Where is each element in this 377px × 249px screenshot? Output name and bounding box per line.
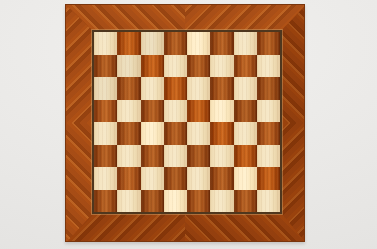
- square-c1[interactable]: [141, 190, 164, 213]
- square-h6[interactable]: [257, 77, 280, 100]
- square-f4[interactable]: [210, 122, 233, 145]
- square-g4[interactable]: [234, 122, 257, 145]
- square-g7[interactable]: [234, 55, 257, 78]
- square-b7[interactable]: [117, 55, 140, 78]
- square-d3[interactable]: [164, 145, 187, 168]
- square-c5[interactable]: [141, 100, 164, 123]
- square-a4[interactable]: [94, 122, 117, 145]
- square-b8[interactable]: [117, 32, 140, 55]
- square-f8[interactable]: [210, 32, 233, 55]
- square-f3[interactable]: [210, 145, 233, 168]
- square-c4[interactable]: [141, 122, 164, 145]
- square-d6[interactable]: [164, 77, 187, 100]
- square-a6[interactable]: [94, 77, 117, 100]
- square-h3[interactable]: [257, 145, 280, 168]
- square-e4[interactable]: [187, 122, 210, 145]
- square-c8[interactable]: [141, 32, 164, 55]
- square-b6[interactable]: [117, 77, 140, 100]
- board-playfield: [92, 30, 282, 214]
- square-h1[interactable]: [257, 190, 280, 213]
- square-h4[interactable]: [257, 122, 280, 145]
- square-g8[interactable]: [234, 32, 257, 55]
- square-b2[interactable]: [117, 167, 140, 190]
- photo-background: [0, 0, 377, 249]
- square-e2[interactable]: [187, 167, 210, 190]
- square-d5[interactable]: [164, 100, 187, 123]
- square-g1[interactable]: [234, 190, 257, 213]
- square-c7[interactable]: [141, 55, 164, 78]
- square-h8[interactable]: [257, 32, 280, 55]
- square-f2[interactable]: [210, 167, 233, 190]
- square-h2[interactable]: [257, 167, 280, 190]
- square-b3[interactable]: [117, 145, 140, 168]
- square-g2[interactable]: [234, 167, 257, 190]
- square-a7[interactable]: [94, 55, 117, 78]
- square-b4[interactable]: [117, 122, 140, 145]
- square-c6[interactable]: [141, 77, 164, 100]
- square-e5[interactable]: [187, 100, 210, 123]
- square-g5[interactable]: [234, 100, 257, 123]
- square-f5[interactable]: [210, 100, 233, 123]
- square-g6[interactable]: [234, 77, 257, 100]
- square-a8[interactable]: [94, 32, 117, 55]
- square-d2[interactable]: [164, 167, 187, 190]
- square-e8[interactable]: [187, 32, 210, 55]
- square-h5[interactable]: [257, 100, 280, 123]
- square-a5[interactable]: [94, 100, 117, 123]
- square-b1[interactable]: [117, 190, 140, 213]
- square-a3[interactable]: [94, 145, 117, 168]
- square-d4[interactable]: [164, 122, 187, 145]
- square-d1[interactable]: [164, 190, 187, 213]
- square-g3[interactable]: [234, 145, 257, 168]
- square-d8[interactable]: [164, 32, 187, 55]
- square-e1[interactable]: [187, 190, 210, 213]
- square-c2[interactable]: [141, 167, 164, 190]
- board-grid: [94, 32, 280, 212]
- square-f7[interactable]: [210, 55, 233, 78]
- square-e7[interactable]: [187, 55, 210, 78]
- square-f1[interactable]: [210, 190, 233, 213]
- square-e3[interactable]: [187, 145, 210, 168]
- square-a2[interactable]: [94, 167, 117, 190]
- square-a1[interactable]: [94, 190, 117, 213]
- square-c3[interactable]: [141, 145, 164, 168]
- square-h7[interactable]: [257, 55, 280, 78]
- chess-board: [65, 4, 305, 242]
- square-f6[interactable]: [210, 77, 233, 100]
- square-e6[interactable]: [187, 77, 210, 100]
- square-d7[interactable]: [164, 55, 187, 78]
- square-b5[interactable]: [117, 100, 140, 123]
